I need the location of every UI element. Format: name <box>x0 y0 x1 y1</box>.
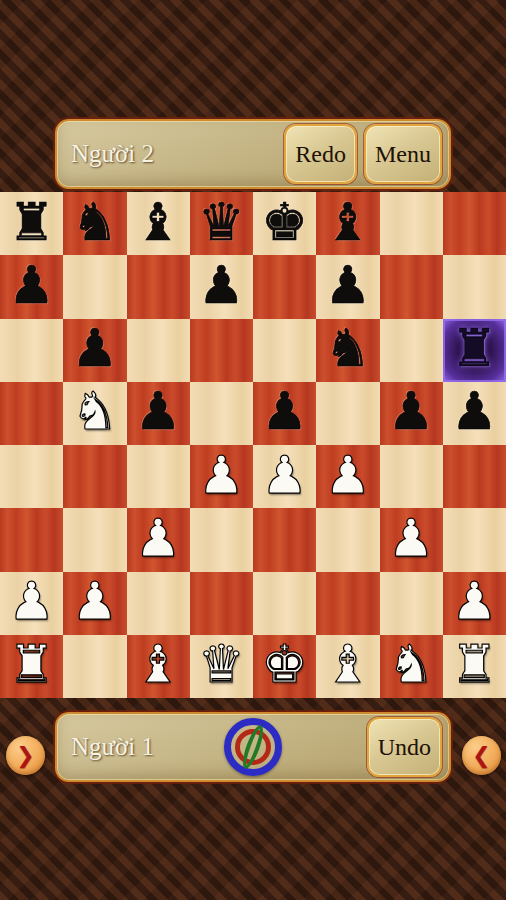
square-h4[interactable] <box>443 445 506 508</box>
piece-black-knight: ♞ <box>72 196 119 248</box>
square-d5[interactable] <box>190 382 253 445</box>
square-f2[interactable] <box>316 572 379 635</box>
square-e7[interactable] <box>253 255 316 318</box>
nav-forward-button[interactable]: ❯ <box>6 736 45 775</box>
square-a1[interactable]: ♜ <box>0 635 63 698</box>
square-g2[interactable] <box>380 572 443 635</box>
square-h3[interactable] <box>443 508 506 571</box>
chess-board: ♜♞♝♛♚♝♟♟♟♟♞♜♞♟♟♟♟♟♟♟♟♟♟♟♟♜♝♛♚♝♞♜ <box>0 192 506 698</box>
square-f6[interactable]: ♞ <box>316 319 379 382</box>
square-d4[interactable]: ♟ <box>190 445 253 508</box>
square-e5[interactable]: ♟ <box>253 382 316 445</box>
piece-white-pawn: ♟ <box>198 449 245 501</box>
square-a2[interactable]: ♟ <box>0 572 63 635</box>
piece-black-pawn: ♟ <box>325 259 372 311</box>
square-d7[interactable]: ♟ <box>190 255 253 318</box>
square-f8[interactable]: ♝ <box>316 192 379 255</box>
nav-back-button[interactable]: ❮ <box>462 736 501 775</box>
piece-white-queen: ♛ <box>198 638 245 690</box>
square-e1[interactable]: ♚ <box>253 635 316 698</box>
square-h7[interactable] <box>443 255 506 318</box>
piece-black-queen: ♛ <box>198 196 245 248</box>
undo-button[interactable]: Undo <box>367 717 442 777</box>
square-g1[interactable]: ♞ <box>380 635 443 698</box>
piece-black-king: ♚ <box>261 196 308 248</box>
square-b7[interactable] <box>63 255 126 318</box>
square-c6[interactable] <box>127 319 190 382</box>
square-e8[interactable]: ♚ <box>253 192 316 255</box>
piece-white-pawn: ♟ <box>135 512 182 564</box>
square-b6[interactable]: ♟ <box>63 319 126 382</box>
piece-white-pawn: ♟ <box>8 575 55 627</box>
piece-white-bishop: ♝ <box>135 638 182 690</box>
square-d1[interactable]: ♛ <box>190 635 253 698</box>
square-c5[interactable]: ♟ <box>127 382 190 445</box>
square-f1[interactable]: ♝ <box>316 635 379 698</box>
piece-white-rook: ♜ <box>8 638 55 690</box>
square-d8[interactable]: ♛ <box>190 192 253 255</box>
piece-black-bishop: ♝ <box>135 196 182 248</box>
piece-black-rook: ♜ <box>8 196 55 248</box>
square-b8[interactable]: ♞ <box>63 192 126 255</box>
square-g8[interactable] <box>380 192 443 255</box>
square-a3[interactable] <box>0 508 63 571</box>
app-background: { "game": "chess", "position": { "fen": … <box>0 0 506 900</box>
player2-bar: Người 2 Redo Menu <box>55 119 451 189</box>
square-b3[interactable] <box>63 508 126 571</box>
square-g4[interactable] <box>380 445 443 508</box>
piece-white-pawn: ♟ <box>325 449 372 501</box>
piece-black-pawn: ♟ <box>72 322 119 374</box>
square-e2[interactable] <box>253 572 316 635</box>
clock-icon[interactable] <box>224 718 282 776</box>
square-c1[interactable]: ♝ <box>127 635 190 698</box>
piece-white-bishop: ♝ <box>325 638 372 690</box>
piece-black-knight: ♞ <box>325 322 372 374</box>
piece-black-pawn: ♟ <box>261 385 308 437</box>
square-h1[interactable]: ♜ <box>443 635 506 698</box>
chevron-right-icon: ❯ <box>16 745 34 767</box>
player2-name: Người 2 <box>71 140 154 168</box>
piece-black-pawn: ♟ <box>8 259 55 311</box>
square-c7[interactable] <box>127 255 190 318</box>
piece-white-knight: ♞ <box>72 385 119 437</box>
square-f7[interactable]: ♟ <box>316 255 379 318</box>
square-d2[interactable] <box>190 572 253 635</box>
square-a6[interactable] <box>0 319 63 382</box>
chevron-left-icon: ❮ <box>472 745 490 767</box>
square-h6[interactable]: ♜ <box>443 319 506 382</box>
piece-black-bishop: ♝ <box>325 196 372 248</box>
menu-button[interactable]: Menu <box>364 124 442 184</box>
piece-white-pawn: ♟ <box>388 512 435 564</box>
piece-white-rook: ♜ <box>451 638 498 690</box>
player1-name: Người 1 <box>71 733 154 761</box>
piece-black-pawn: ♟ <box>451 385 498 437</box>
square-c3[interactable]: ♟ <box>127 508 190 571</box>
square-g6[interactable] <box>380 319 443 382</box>
square-a7[interactable]: ♟ <box>0 255 63 318</box>
redo-button[interactable]: Redo <box>284 124 357 184</box>
square-a4[interactable] <box>0 445 63 508</box>
square-g7[interactable] <box>380 255 443 318</box>
piece-black-pawn: ♟ <box>135 385 182 437</box>
square-c2[interactable] <box>127 572 190 635</box>
square-b4[interactable] <box>63 445 126 508</box>
square-f3[interactable] <box>316 508 379 571</box>
square-b2[interactable]: ♟ <box>63 572 126 635</box>
square-h5[interactable]: ♟ <box>443 382 506 445</box>
square-d6[interactable] <box>190 319 253 382</box>
square-f4[interactable]: ♟ <box>316 445 379 508</box>
square-c4[interactable] <box>127 445 190 508</box>
piece-white-knight: ♞ <box>388 638 435 690</box>
square-a5[interactable] <box>0 382 63 445</box>
piece-black-rook: ♜ <box>451 322 498 374</box>
piece-white-pawn: ♟ <box>451 575 498 627</box>
square-a8[interactable]: ♜ <box>0 192 63 255</box>
square-d3[interactable] <box>190 508 253 571</box>
square-f5[interactable] <box>316 382 379 445</box>
square-h2[interactable]: ♟ <box>443 572 506 635</box>
player1-bar: Người 1 Undo <box>55 712 451 782</box>
square-b1[interactable] <box>63 635 126 698</box>
square-g3[interactable]: ♟ <box>380 508 443 571</box>
piece-white-pawn: ♟ <box>72 575 119 627</box>
square-h8[interactable] <box>443 192 506 255</box>
square-e3[interactable] <box>253 508 316 571</box>
piece-white-king: ♚ <box>261 638 308 690</box>
piece-black-pawn: ♟ <box>198 259 245 311</box>
square-b5[interactable]: ♞ <box>63 382 126 445</box>
piece-black-pawn: ♟ <box>388 385 435 437</box>
square-g5[interactable]: ♟ <box>380 382 443 445</box>
square-e4[interactable]: ♟ <box>253 445 316 508</box>
piece-white-pawn: ♟ <box>261 449 308 501</box>
square-c8[interactable]: ♝ <box>127 192 190 255</box>
square-e6[interactable] <box>253 319 316 382</box>
